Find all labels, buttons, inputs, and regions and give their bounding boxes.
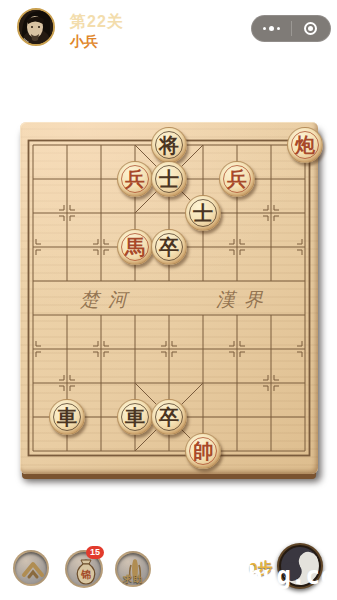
piece-卒-black[interactable]: 卒 [151,229,187,265]
target-circle-icon [304,22,317,35]
piece-卒-black[interactable]: 卒 [151,399,187,435]
piece-馬-red[interactable]: 馬 [117,229,153,265]
piece-車-black[interactable]: 車 [117,399,153,435]
watermark: www.ucbug.cc [161,562,334,590]
xiangqi-board: 楚河 漢界 将炮兵士兵士馬卒車車卒帥 [20,122,318,474]
piece-士-black[interactable]: 士 [151,161,187,197]
piece-帥-red[interactable]: 帥 [185,433,221,469]
avatar-face-icon [19,10,53,44]
level-title: 第22关 [70,12,124,33]
close-circle-button[interactable] [292,16,331,41]
player-avatar [17,8,55,46]
board-grid: 将炮兵士兵士馬卒車車卒帥 [16,128,322,468]
piece-炮-red[interactable]: 炮 [287,127,323,163]
app-screen: { "game": "xiangqi", "position": { "fen"… [0,0,337,600]
river-label-right: 漢界 [216,287,272,313]
menu-dot-icon [263,27,266,30]
menu-dot-icon [277,27,280,30]
player-name: 小兵 [70,33,98,51]
piece-兵-red[interactable]: 兵 [219,161,255,197]
bag-count-badge: 15 [86,546,104,559]
piece-兵-red[interactable]: 兵 [117,161,153,197]
piece-士-black[interactable]: 士 [185,195,221,231]
river-label-left: 楚河 [80,287,136,313]
bag-char: 锦 [80,569,91,580]
header-bar: 第22关 小兵 [0,0,337,58]
piece-車-black[interactable]: 車 [49,399,85,435]
expand-button[interactable] [13,550,49,586]
more-menu-button[interactable] [252,16,291,41]
chevron-up-icon [15,552,51,588]
menu-dot-icon [269,26,274,31]
miniprogram-capsule [251,15,331,42]
help-label: 求助 [113,573,153,586]
piece-将-black[interactable]: 将 [151,127,187,163]
